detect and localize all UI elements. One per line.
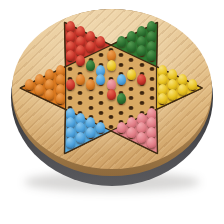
peg-red[interactable]	[66, 79, 75, 90]
hole[interactable]	[149, 67, 154, 71]
peg-green[interactable]	[127, 41, 136, 52]
hole[interactable]	[68, 96, 73, 100]
hole[interactable]	[78, 101, 83, 105]
hole[interactable]	[98, 91, 103, 95]
peg-red[interactable]	[76, 55, 85, 66]
hole[interactable]	[119, 111, 124, 115]
hole[interactable]	[109, 125, 114, 129]
peg-red[interactable]	[66, 50, 75, 61]
peg-blue[interactable]	[117, 74, 126, 85]
hole[interactable]	[149, 96, 154, 100]
hole[interactable]	[109, 115, 114, 119]
peg-pink[interactable]	[127, 127, 136, 138]
peg-green[interactable]	[86, 60, 95, 71]
peg-blue[interactable]	[86, 127, 95, 138]
hole[interactable]	[129, 96, 134, 100]
hole[interactable]	[88, 96, 93, 100]
hole[interactable]	[129, 106, 134, 110]
hole[interactable]	[139, 91, 144, 95]
peg-orange[interactable]	[35, 84, 44, 95]
peg-pink[interactable]	[117, 122, 126, 133]
chinese-checkers-board-photo	[0, 0, 224, 224]
hole[interactable]	[98, 111, 103, 115]
hole[interactable]	[149, 77, 154, 81]
peg-blue[interactable]	[76, 132, 85, 143]
peg-yellow[interactable]	[107, 60, 116, 71]
hole[interactable]	[98, 101, 103, 105]
hole[interactable]	[119, 63, 124, 67]
peg-yellow[interactable]	[127, 69, 136, 80]
hole[interactable]	[129, 87, 134, 91]
hole[interactable]	[129, 58, 134, 62]
peg-yellow[interactable]	[158, 93, 167, 104]
peg-yellow[interactable]	[168, 89, 177, 100]
peg-orange[interactable]	[56, 93, 65, 104]
peg-green[interactable]	[117, 93, 126, 104]
peg-yellow[interactable]	[188, 79, 197, 90]
peg-orange[interactable]	[76, 74, 85, 85]
hole[interactable]	[109, 106, 114, 110]
star-layer	[0, 0, 224, 224]
peg-orange[interactable]	[86, 79, 95, 90]
peg-orange[interactable]	[25, 79, 34, 90]
peg-pink[interactable]	[137, 132, 146, 143]
hole[interactable]	[139, 63, 144, 67]
hole[interactable]	[78, 91, 83, 95]
peg-blue[interactable]	[66, 137, 75, 148]
peg-red[interactable]	[107, 89, 116, 100]
hole[interactable]	[98, 53, 103, 57]
peg-yellow[interactable]	[178, 84, 187, 95]
peg-green[interactable]	[117, 36, 126, 47]
hole[interactable]	[119, 53, 124, 57]
hole[interactable]	[88, 106, 93, 110]
peg-red[interactable]	[96, 36, 105, 47]
hole[interactable]	[68, 67, 73, 71]
hole[interactable]	[149, 87, 154, 91]
hole[interactable]	[139, 101, 144, 105]
peg-red[interactable]	[137, 74, 146, 85]
peg-red[interactable]	[86, 41, 95, 52]
